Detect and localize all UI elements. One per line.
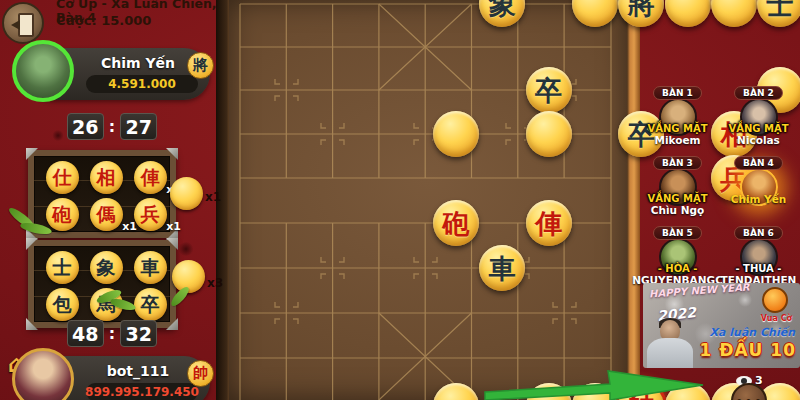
table-player-name: Nicolas xyxy=(737,134,780,146)
exit-arrow-icon xyxy=(11,20,20,30)
captured-piece-象: 象 xyxy=(90,251,123,284)
captured-piece-仕: 仕 xyxy=(46,161,79,194)
captured-piece-包: 包 xyxy=(46,288,79,321)
board-grid xyxy=(229,0,627,400)
captured-piece-卒: 卒 xyxy=(134,288,167,321)
score-clock-bottom: 48 : 32 xyxy=(62,320,162,347)
piece-車-black[interactable]: 車 xyxy=(479,245,525,291)
player-money-bottom: 899.995.179.450 xyxy=(86,383,198,400)
exit-door-icon xyxy=(18,13,34,37)
table-label: BÀN 5 xyxy=(653,226,702,240)
side-badge-general-black: 將 xyxy=(187,52,214,79)
face-down-piece[interactable] xyxy=(665,0,711,27)
tray-cell: 相 xyxy=(84,159,128,196)
promo-banner[interactable]: HAPPY NEW YEAR 2022 Vua Cờ Xa luân Chiến… xyxy=(643,283,800,368)
tray-cell: 俥x1 xyxy=(128,159,172,196)
captured-piece-兵: 兵 xyxy=(134,198,167,231)
piece-俥-red[interactable]: 俥 xyxy=(526,200,572,246)
tray-cell: 兵x1 xyxy=(128,196,172,233)
table-player-name: Mikoem xyxy=(654,134,700,146)
piece-砲-red[interactable]: 砲 xyxy=(433,200,479,246)
board-face xyxy=(229,0,627,400)
promo-event: Xa luân Chiến xyxy=(710,326,795,339)
captured-piece-士: 士 xyxy=(46,251,79,284)
captured-piece-俥: 俥 xyxy=(134,161,167,194)
capture-count: x1 xyxy=(166,220,181,233)
face-down-piece[interactable] xyxy=(526,111,572,157)
table-label: BÀN 6 xyxy=(734,226,783,240)
avatar-top-player[interactable] xyxy=(12,40,74,102)
table-entry-2[interactable]: BÀN 2VẮNG MẶTNicolas xyxy=(718,86,799,156)
promo-logo-name: Vua Cờ xyxy=(761,314,792,323)
tray-cell: 象 xyxy=(84,249,128,286)
player-name-top: Chim Yến xyxy=(82,55,194,71)
captured-piece-相: 相 xyxy=(90,161,123,194)
tray-cell: 仕 xyxy=(40,159,84,196)
tray-corner-brace xyxy=(26,148,38,160)
face-down-capture-top xyxy=(170,177,203,210)
table-status: VẮNG MẶT xyxy=(647,193,707,204)
captured-tray-bottom: 士象車包馬卒 xyxy=(28,240,176,328)
score-bottom-right: 32 xyxy=(120,320,157,347)
table-label: BÀN 2 xyxy=(734,86,783,100)
table-status: VẮNG MẶT xyxy=(647,123,707,134)
table-label: BÀN 4 xyxy=(734,156,783,170)
xiangqi-board[interactable]: 象將士卒卒相兵包砲俥車帥 xyxy=(216,0,640,400)
face-down-capture-top-count: x1 xyxy=(205,190,221,204)
face-down-capture-bottom-count: x3 xyxy=(207,276,223,290)
face-down-piece[interactable] xyxy=(433,111,479,157)
chat-dots-icon: ••• xyxy=(735,394,763,400)
game-screen: 象將士卒卒相兵包砲俥車帥 Cờ Úp - Xa Luân Chiến, Bàn … xyxy=(0,0,800,400)
background-stain xyxy=(178,242,194,256)
player-card-bottom[interactable]: bot_111 899.995.179.450 帥 xyxy=(26,356,210,400)
tables-grid: BÀN 1VẮNG MẶTMikoemBÀN 2VẮNG MẶTNicolasB… xyxy=(637,86,799,296)
face-down-piece[interactable] xyxy=(711,0,757,27)
table-player-name: Chìu Ngọ xyxy=(651,204,704,216)
table-status: - HÒA - xyxy=(658,263,698,274)
table-label: BÀN 3 xyxy=(653,156,702,170)
tray-corner-brace xyxy=(26,318,38,330)
tray-cell: 包 xyxy=(40,286,84,323)
piece-卒-black[interactable]: 卒 xyxy=(526,67,572,113)
score-colon: : xyxy=(109,324,115,343)
tray-cell: 車 xyxy=(128,249,172,286)
table-player-name: Chim Yến xyxy=(731,193,787,205)
table-entry-3[interactable]: BÀN 3VẮNG MẶTChìu Ngọ xyxy=(637,156,718,226)
table-entry-1[interactable]: BÀN 1VẮNG MẶTMikoem xyxy=(637,86,718,156)
captured-piece-傌: 傌 xyxy=(90,198,123,231)
captured-piece-砲: 砲 xyxy=(46,198,79,231)
score-bottom-left: 48 xyxy=(67,320,104,347)
score-clock-top: 26 : 27 xyxy=(62,113,162,140)
piece-士-black[interactable]: 士 xyxy=(757,0,800,27)
score-colon: : xyxy=(109,117,115,136)
player-name-bottom: bot_111 xyxy=(82,363,194,379)
captured-piece-車: 車 xyxy=(134,251,167,284)
back-button[interactable] xyxy=(2,2,44,44)
table-entry-4[interactable]: BÀN 4Chim Yến xyxy=(718,156,799,226)
avatar-bottom-player[interactable] xyxy=(12,348,74,400)
vua-co-logo-icon xyxy=(762,287,788,313)
table-label: BÀN 1 xyxy=(653,86,702,100)
captured-tray-top: 仕相俥x1砲傌x1兵x1 xyxy=(28,150,176,238)
table-status: - THUA - xyxy=(735,263,781,274)
tray-corner-brace xyxy=(26,238,38,250)
table-status: VẮNG MẶT xyxy=(728,123,788,134)
score-top-left: 26 xyxy=(67,113,104,140)
promo-greeting: HAPPY NEW YEAR xyxy=(649,283,750,300)
side-badge-general-red: 帥 xyxy=(187,360,214,387)
tray-bottom-grid: 士象車包馬卒 xyxy=(40,249,172,323)
player-money-top: 4.591.000 xyxy=(86,75,198,93)
score-top-right: 27 xyxy=(120,113,157,140)
promo-headline: 1 ĐẤU 10 xyxy=(699,340,796,360)
tray-top-grid: 仕相俥x1砲傌x1兵x1 xyxy=(40,159,172,233)
tray-cell: 士 xyxy=(40,249,84,286)
tray-cell: 傌x1 xyxy=(84,196,128,233)
player-card-top[interactable]: Chim Yến 4.591.000 將 xyxy=(26,48,210,100)
green-arrow-annotation xyxy=(480,360,720,400)
stake-label: Cược: 15.000 xyxy=(56,13,216,28)
